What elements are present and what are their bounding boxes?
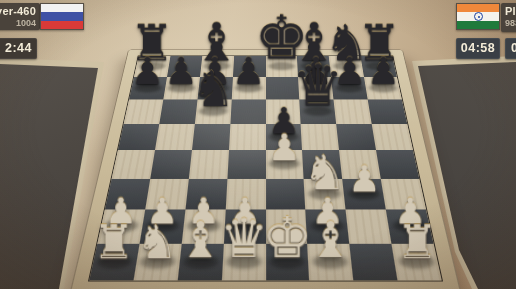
square-g8[interactable] (329, 56, 364, 77)
square-d6[interactable] (230, 99, 265, 123)
square-a7[interactable] (129, 77, 167, 100)
russia-flag-icon (40, 3, 84, 30)
square-a6[interactable] (124, 99, 163, 123)
square-h5[interactable] (372, 124, 413, 150)
right-player-clock: 04:58 (456, 38, 500, 59)
right-player-rating: 983 (505, 18, 516, 28)
square-b7[interactable] (163, 77, 200, 100)
square-f8[interactable] (297, 56, 331, 77)
square-a5[interactable] (118, 124, 159, 150)
square-g7[interactable] (331, 77, 368, 100)
left-player-rating: 1004 (0, 18, 36, 28)
left-player-name: yer-460 (0, 5, 36, 18)
square-a8[interactable] (134, 56, 170, 77)
square-c5[interactable] (192, 124, 230, 150)
square-h8[interactable] (361, 56, 397, 77)
india-flag-saffron-stripe (457, 4, 499, 12)
square-f7[interactable] (298, 77, 333, 100)
square-e7[interactable] (266, 77, 300, 100)
square-d7[interactable] (231, 77, 265, 100)
square-c6[interactable] (195, 99, 232, 123)
russia-flag-red-stripe (41, 21, 83, 29)
square-e6[interactable] (266, 99, 301, 123)
square-f6[interactable] (300, 99, 337, 123)
russia-flag-blue-stripe (41, 12, 83, 20)
square-c8[interactable] (200, 56, 234, 77)
square-e8[interactable] (266, 56, 299, 77)
square-h7[interactable] (364, 77, 402, 100)
square-b8[interactable] (167, 56, 202, 77)
chess-board: ♜♝♚♝♞♜♟♟♟♟♟♟♟♞♛♟♟♞♟♟♟♟♟♟♟♜♞♝♛♚♝♜ (71, 50, 460, 289)
russia-flag-white-stripe (41, 4, 83, 12)
left-player-panel: yer-460 1004 (0, 3, 40, 30)
white-rook-glyph: ♜ (364, 218, 469, 265)
ashoka-chakra-icon (474, 12, 483, 21)
square-d8[interactable] (233, 56, 266, 77)
right-player-name: Pla (505, 5, 516, 18)
left-player-clock: 2:44 (0, 38, 37, 59)
square-b5[interactable] (155, 124, 195, 150)
right-player-panel: Pla 983 (501, 3, 516, 32)
india-flag-green-stripe (457, 21, 499, 29)
right-player-move-clock: 0 (505, 38, 516, 59)
square-g6[interactable] (334, 99, 372, 123)
square-c7[interactable] (197, 77, 232, 100)
india-flag-icon (456, 3, 500, 30)
square-b6[interactable] (159, 99, 197, 123)
square-h6[interactable] (368, 99, 407, 123)
chess-game-scene: ♜♝♚♝♞♜♟♟♟♟♟♟♟♞♛♟♟♞♟♟♟♟♟♟♟♜♞♝♛♚♝♜ yer-460… (0, 0, 516, 289)
india-flag-white-stripe (457, 12, 499, 20)
chess-board-playing-area: ♜♝♚♝♞♜♟♟♟♟♟♟♟♞♛♟♟♞♟♟♟♟♟♟♟♜♞♝♛♚♝♜ (89, 56, 441, 280)
